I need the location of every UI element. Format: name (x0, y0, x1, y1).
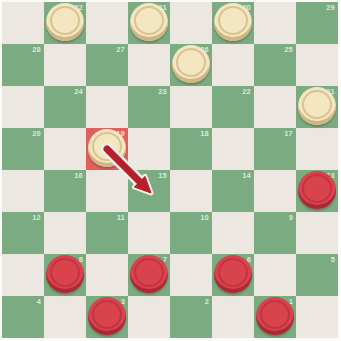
light-square (254, 86, 296, 128)
light-square (2, 86, 44, 128)
red-piece[interactable] (214, 255, 252, 293)
light-square (86, 254, 128, 296)
light-square (212, 44, 254, 86)
square-number: 14 (242, 172, 251, 180)
light-square (128, 128, 170, 170)
light-square (212, 128, 254, 170)
square-4[interactable]: 4 (2, 296, 44, 338)
light-square (296, 44, 338, 86)
square-18[interactable]: 18 (170, 128, 212, 170)
square-number: 5 (331, 256, 335, 264)
square-number: 17 (284, 130, 293, 138)
red-piece[interactable] (46, 255, 84, 293)
board: 3231302928272625242322212019181716151413… (2, 2, 338, 338)
light-square (254, 2, 296, 44)
light-square (212, 212, 254, 254)
square-20[interactable]: 20 (2, 128, 44, 170)
square-25[interactable]: 25 (254, 44, 296, 86)
square-28[interactable]: 28 (2, 44, 44, 86)
square-9[interactable]: 9 (254, 212, 296, 254)
square-14[interactable]: 14 (212, 170, 254, 212)
square-15[interactable]: 15 (128, 170, 170, 212)
square-number: 20 (32, 130, 41, 138)
light-square (296, 296, 338, 338)
square-number: 12 (32, 214, 41, 222)
white-piece[interactable] (88, 129, 126, 167)
light-square (2, 254, 44, 296)
light-square (86, 86, 128, 128)
square-3[interactable]: 3 (86, 296, 128, 338)
white-piece[interactable] (298, 87, 336, 125)
square-31[interactable]: 31 (128, 2, 170, 44)
red-piece[interactable] (130, 255, 168, 293)
red-piece[interactable] (88, 297, 126, 335)
light-square (44, 128, 86, 170)
square-21[interactable]: 21 (296, 86, 338, 128)
square-number: 15 (158, 172, 167, 180)
square-13[interactable]: 13 (296, 170, 338, 212)
square-12[interactable]: 12 (2, 212, 44, 254)
square-11[interactable]: 11 (86, 212, 128, 254)
square-29[interactable]: 29 (296, 2, 338, 44)
square-number: 22 (242, 88, 251, 96)
light-square (86, 2, 128, 44)
light-square (170, 2, 212, 44)
light-square (128, 212, 170, 254)
square-8[interactable]: 8 (44, 254, 86, 296)
white-piece[interactable] (130, 3, 168, 41)
square-1[interactable]: 1 (254, 296, 296, 338)
light-square (170, 170, 212, 212)
square-19[interactable]: 19 (86, 128, 128, 170)
light-square (128, 296, 170, 338)
white-piece[interactable] (46, 3, 84, 41)
white-piece[interactable] (214, 3, 252, 41)
square-number: 4 (37, 298, 41, 306)
square-number: 10 (200, 214, 209, 222)
light-square (212, 296, 254, 338)
red-piece[interactable] (298, 171, 336, 209)
square-7[interactable]: 7 (128, 254, 170, 296)
square-2[interactable]: 2 (170, 296, 212, 338)
white-piece[interactable] (172, 45, 210, 83)
light-square (170, 86, 212, 128)
square-number: 2 (205, 298, 209, 306)
square-number: 18 (200, 130, 209, 138)
square-30[interactable]: 30 (212, 2, 254, 44)
light-square (254, 170, 296, 212)
light-square (296, 212, 338, 254)
light-square (44, 212, 86, 254)
light-square (254, 254, 296, 296)
light-square (2, 170, 44, 212)
square-17[interactable]: 17 (254, 128, 296, 170)
square-6[interactable]: 6 (212, 254, 254, 296)
square-number: 23 (158, 88, 167, 96)
light-square (296, 128, 338, 170)
square-5[interactable]: 5 (296, 254, 338, 296)
square-26[interactable]: 26 (170, 44, 212, 86)
square-number: 25 (284, 46, 293, 54)
square-24[interactable]: 24 (44, 86, 86, 128)
square-number: 11 (117, 214, 125, 222)
square-10[interactable]: 10 (170, 212, 212, 254)
light-square (2, 2, 44, 44)
red-piece[interactable] (256, 297, 294, 335)
light-square (44, 44, 86, 86)
square-number: 9 (289, 214, 293, 222)
light-square (170, 254, 212, 296)
light-square (44, 296, 86, 338)
square-16[interactable]: 16 (44, 170, 86, 212)
square-23[interactable]: 23 (128, 86, 170, 128)
square-27[interactable]: 27 (86, 44, 128, 86)
light-square (86, 170, 128, 212)
square-number: 28 (32, 46, 41, 54)
square-22[interactable]: 22 (212, 86, 254, 128)
square-number: 27 (116, 46, 125, 54)
square-number: 24 (74, 88, 83, 96)
square-number: 16 (74, 172, 83, 180)
light-square (128, 44, 170, 86)
square-32[interactable]: 32 (44, 2, 86, 44)
square-number: 29 (326, 4, 335, 12)
